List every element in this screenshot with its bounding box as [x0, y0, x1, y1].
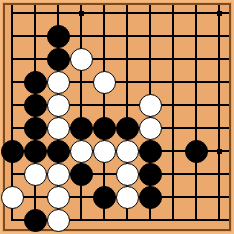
- white-stone: [93, 140, 116, 163]
- white-stone: [70, 140, 93, 163]
- black-stone: [24, 209, 47, 232]
- black-stone: [24, 94, 47, 117]
- black-stone: [185, 140, 208, 163]
- white-stone: [116, 163, 139, 186]
- black-stone: [24, 140, 47, 163]
- white-stone: [47, 209, 70, 232]
- white-stone: [24, 163, 47, 186]
- black-stone: [1, 140, 24, 163]
- go-board-diagram: [0, 0, 234, 234]
- black-stone: [24, 117, 47, 140]
- black-stone: [47, 48, 70, 71]
- black-stone: [24, 71, 47, 94]
- white-stone: [47, 117, 70, 140]
- white-stone: [139, 94, 162, 117]
- white-stone: [93, 71, 116, 94]
- black-stone: [47, 140, 70, 163]
- white-stone: [139, 117, 162, 140]
- black-stone: [93, 186, 116, 209]
- white-stone: [1, 186, 24, 209]
- black-stone: [70, 117, 93, 140]
- black-stone: [47, 25, 70, 48]
- white-stone: [116, 186, 139, 209]
- black-stone: [139, 163, 162, 186]
- white-stone: [70, 48, 93, 71]
- black-stone: [139, 140, 162, 163]
- white-stone: [116, 140, 139, 163]
- black-stone: [116, 117, 139, 140]
- stones-layer: [0, 0, 234, 234]
- black-stone: [93, 117, 116, 140]
- white-stone: [47, 163, 70, 186]
- white-stone: [47, 186, 70, 209]
- white-stone: [47, 71, 70, 94]
- white-stone: [47, 94, 70, 117]
- black-stone: [139, 186, 162, 209]
- black-stone: [70, 163, 93, 186]
